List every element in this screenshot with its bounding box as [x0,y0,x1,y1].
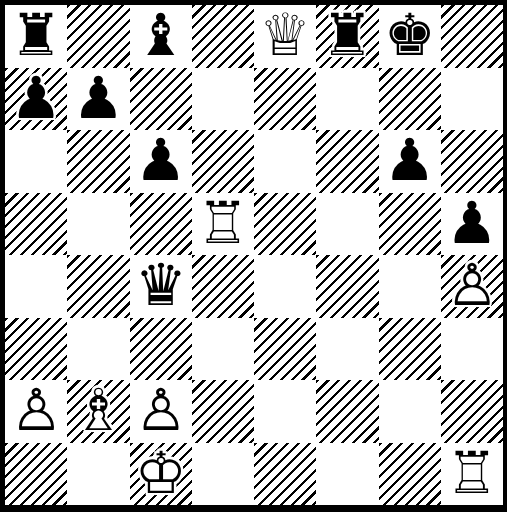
square-b2[interactable]: ♝♗ [67,380,129,443]
square-a4[interactable] [5,255,67,318]
chess-board: ♜♜♝♝♛♕♜♜♚♚♟♟♟♟♟♟♟♟♜♖♟♟♛♛♟♙♟♙♝♗♟♙♚♔♜♖ [5,5,503,505]
square-e4[interactable] [254,255,316,318]
white-pawn-piece: ♟♙ [441,255,503,318]
square-f6[interactable] [316,130,378,193]
square-f1[interactable] [316,443,378,506]
white-pawn-icon: ♙ [10,381,62,439]
square-e1[interactable] [254,443,316,506]
square-h5[interactable]: ♟♟ [441,193,503,256]
square-e6[interactable] [254,130,316,193]
black-pawn-piece: ♟♟ [5,68,67,131]
white-pawn-icon: ♙ [135,381,187,439]
square-b8[interactable] [67,5,129,68]
square-c2[interactable]: ♟♙ [130,380,192,443]
square-e3[interactable] [254,318,316,381]
square-d4[interactable] [192,255,254,318]
square-c7[interactable] [130,68,192,131]
black-pawn-icon: ♟ [72,69,124,127]
square-b5[interactable] [67,193,129,256]
square-a7[interactable]: ♟♟ [5,68,67,131]
square-a5[interactable] [5,193,67,256]
square-f2[interactable] [316,380,378,443]
black-queen-icon: ♛ [135,256,187,314]
square-h3[interactable] [441,318,503,381]
white-rook-icon: ♖ [197,194,249,252]
white-rook-piece: ♜♖ [441,443,503,506]
white-rook-piece: ♜♖ [192,193,254,256]
black-king-icon: ♚ [384,6,436,64]
black-king-piece: ♚♚ [379,5,441,68]
square-a1[interactable] [5,443,67,506]
square-g4[interactable] [379,255,441,318]
white-bishop-icon: ♗ [72,381,124,439]
black-pawn-icon: ♟ [10,69,62,127]
square-a3[interactable] [5,318,67,381]
square-g7[interactable] [379,68,441,131]
white-queen-icon: ♕ [259,6,311,64]
square-f7[interactable] [316,68,378,131]
square-g1[interactable] [379,443,441,506]
black-rook-icon: ♜ [10,6,62,64]
square-f4[interactable] [316,255,378,318]
square-g5[interactable] [379,193,441,256]
black-pawn-piece: ♟♟ [441,193,503,256]
square-d7[interactable] [192,68,254,131]
white-king-icon: ♔ [135,444,187,502]
black-rook-icon: ♜ [321,6,373,64]
white-queen-piece: ♛♕ [254,5,316,68]
square-a8[interactable]: ♜♜ [5,5,67,68]
square-c5[interactable] [130,193,192,256]
square-d3[interactable] [192,318,254,381]
square-d1[interactable] [192,443,254,506]
square-c4[interactable]: ♛♛ [130,255,192,318]
square-h4[interactable]: ♟♙ [441,255,503,318]
square-d5[interactable]: ♜♖ [192,193,254,256]
black-pawn-icon: ♟ [384,131,436,189]
square-f3[interactable] [316,318,378,381]
square-h2[interactable] [441,380,503,443]
white-pawn-piece: ♟♙ [130,380,192,443]
black-rook-piece: ♜♜ [5,5,67,68]
square-g6[interactable]: ♟♟ [379,130,441,193]
chess-board-frame: ♜♜♝♝♛♕♜♜♚♚♟♟♟♟♟♟♟♟♜♖♟♟♛♛♟♙♟♙♝♗♟♙♚♔♜♖ [0,0,507,512]
square-g2[interactable] [379,380,441,443]
square-h8[interactable] [441,5,503,68]
black-queen-piece: ♛♛ [130,255,192,318]
black-pawn-icon: ♟ [135,131,187,189]
square-h6[interactable] [441,130,503,193]
square-b1[interactable] [67,443,129,506]
square-b7[interactable]: ♟♟ [67,68,129,131]
square-b4[interactable] [67,255,129,318]
black-pawn-piece: ♟♟ [379,130,441,193]
white-pawn-piece: ♟♙ [5,380,67,443]
square-b6[interactable] [67,130,129,193]
square-e5[interactable] [254,193,316,256]
black-pawn-icon: ♟ [446,194,498,252]
square-e7[interactable] [254,68,316,131]
square-c1[interactable]: ♚♔ [130,443,192,506]
square-f8[interactable]: ♜♜ [316,5,378,68]
square-c8[interactable]: ♝♝ [130,5,192,68]
square-d2[interactable] [192,380,254,443]
white-bishop-piece: ♝♗ [67,380,129,443]
black-pawn-piece: ♟♟ [67,68,129,131]
black-pawn-piece: ♟♟ [130,130,192,193]
square-e8[interactable]: ♛♕ [254,5,316,68]
square-a6[interactable] [5,130,67,193]
square-b3[interactable] [67,318,129,381]
square-c3[interactable] [130,318,192,381]
white-pawn-icon: ♙ [446,256,498,314]
square-g8[interactable]: ♚♚ [379,5,441,68]
square-f5[interactable] [316,193,378,256]
black-bishop-icon: ♝ [135,6,187,64]
white-rook-icon: ♖ [446,444,498,502]
white-king-piece: ♚♔ [130,443,192,506]
square-h7[interactable] [441,68,503,131]
square-g3[interactable] [379,318,441,381]
square-d8[interactable] [192,5,254,68]
square-c6[interactable]: ♟♟ [130,130,192,193]
square-a2[interactable]: ♟♙ [5,380,67,443]
black-bishop-piece: ♝♝ [130,5,192,68]
square-d6[interactable] [192,130,254,193]
square-h1[interactable]: ♜♖ [441,443,503,506]
black-rook-piece: ♜♜ [316,5,378,68]
square-e2[interactable] [254,380,316,443]
